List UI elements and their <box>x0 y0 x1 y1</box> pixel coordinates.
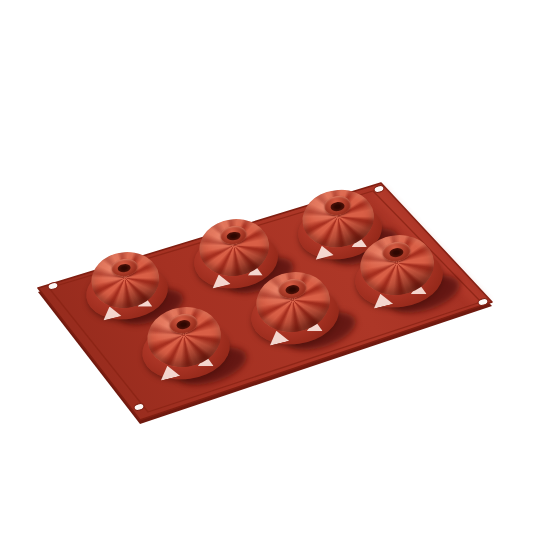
product-photo <box>0 0 533 533</box>
cavity-layer <box>0 0 533 533</box>
